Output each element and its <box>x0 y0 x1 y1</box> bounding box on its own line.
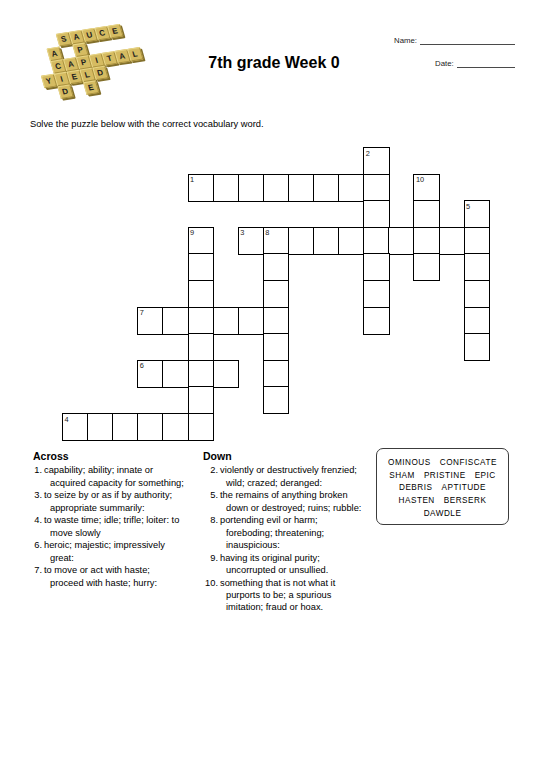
word-bank-line: HASTENBERSERK <box>377 495 508 508</box>
grid-cell-r4c6[interactable]: 9 <box>188 227 215 255</box>
name-field: Name: <box>394 34 515 45</box>
grid-cell-r5c6[interactable] <box>188 253 215 281</box>
grid-cell-r6c6[interactable] <box>188 280 215 308</box>
grid-cell-r9c4[interactable]: 6 <box>137 360 164 388</box>
word-bank-word-pristine: PRISTINE <box>424 470 466 483</box>
grid-cell-r3c13[interactable] <box>363 200 390 228</box>
grid-cell-r5c15[interactable] <box>413 253 440 281</box>
clue-num: 2. <box>203 464 218 489</box>
clue-number-5: 5 <box>466 202 470 211</box>
grid-cell-r6c17[interactable] <box>464 280 491 308</box>
grid-cell-r5c9[interactable] <box>263 253 290 281</box>
grid-cell-r10c6[interactable] <box>188 386 215 414</box>
word-bank-word-aptitude: APTITUDE <box>441 482 486 495</box>
clue-num: 8. <box>203 514 218 551</box>
letter-tile-d: D <box>57 84 73 98</box>
clue-number-9: 9 <box>190 228 194 237</box>
grid-cell-r9c9[interactable] <box>263 360 290 388</box>
grid-cell-r2c8[interactable] <box>238 174 265 202</box>
grid-cell-r8c9[interactable] <box>263 333 290 361</box>
grid-cell-r5c13[interactable] <box>363 253 390 281</box>
clue-num: 4. <box>27 514 42 539</box>
grid-cell-r4c8[interactable]: 3 <box>238 227 265 255</box>
grid-cell-r5c17[interactable] <box>464 253 491 281</box>
word-bank-word-confiscate: CONFISCATE <box>440 457 497 470</box>
clue-num: 6. <box>27 539 42 564</box>
across-clue-6: 6.heroic; majestic; impressivelygreat: <box>27 539 201 564</box>
clue-text: capability; ability; innate oracquired c… <box>44 464 184 489</box>
grid-cell-r4c10[interactable] <box>288 227 315 255</box>
grid-cell-r4c9[interactable]: 8 <box>263 227 290 255</box>
down-section: Down 2.violently or destructively frenzi… <box>203 450 385 614</box>
clue-text: to seize by or as if by authority;approp… <box>44 489 172 514</box>
clue-text: heroic; majestic; impressivelygreat: <box>44 539 165 564</box>
grid-cell-r2c11[interactable] <box>313 174 340 202</box>
grid-cell-r4c12[interactable] <box>338 227 365 255</box>
clue-number-6: 6 <box>140 361 144 370</box>
grid-cell-r4c15[interactable] <box>413 227 440 255</box>
down-clue-2: 2.violently or destructively frenzied;wi… <box>203 464 385 489</box>
grid-cell-r3c15[interactable] <box>413 200 440 228</box>
grid-cell-r2c6[interactable]: 1 <box>188 174 215 202</box>
grid-cell-r4c17[interactable] <box>464 227 491 255</box>
grid-cell-r4c11[interactable] <box>313 227 340 255</box>
clue-num: 10. <box>203 577 218 614</box>
down-clue-10: 10.something that is not what itpurports… <box>203 577 385 614</box>
across-heading: Across <box>33 450 201 462</box>
down-clues: 2.violently or destructively frenzied;wi… <box>203 464 385 613</box>
grid-cell-r7c7[interactable] <box>213 307 240 335</box>
grid-cell-r7c17[interactable] <box>464 307 491 335</box>
clue-num: 9. <box>203 552 218 577</box>
grid-cell-r3c17[interactable]: 5 <box>464 200 491 228</box>
grid-cell-r2c13[interactable] <box>363 174 390 202</box>
word-bank-word-epic: EPIC <box>475 470 496 483</box>
clue-number-7: 7 <box>140 308 144 317</box>
grid-cell-r4c16[interactable] <box>439 227 466 255</box>
clue-number-2: 2 <box>366 149 370 158</box>
grid-cell-r9c5[interactable] <box>162 360 189 388</box>
clue-num: 5. <box>203 489 218 514</box>
grid-cell-r11c3[interactable] <box>112 413 139 441</box>
grid-cell-r11c1[interactable]: 4 <box>62 413 89 441</box>
clue-number-3: 3 <box>240 228 244 237</box>
down-clue-8: 8.portending evil or harm;foreboding; th… <box>203 514 385 551</box>
grid-cell-r4c13[interactable] <box>363 227 390 255</box>
grid-cell-r7c8[interactable] <box>238 307 265 335</box>
down-clue-9: 9.having its original purity;uncorrupted… <box>203 552 385 577</box>
clue-text: having its original purity;uncorrupted o… <box>220 552 328 577</box>
word-bank-word-berserk: BERSERK <box>444 495 487 508</box>
grid-cell-r1c13[interactable]: 2 <box>363 147 390 175</box>
worksheet-page: SAUCEAPCAPITALYIELDDE Name: Date: 7th gr… <box>0 0 548 776</box>
clue-text: violently or destructively frenzied;wild… <box>220 464 357 489</box>
grid-cell-r7c6[interactable] <box>188 307 215 335</box>
word-bank-word-dawdle: DAWDLE <box>424 508 462 521</box>
grid-cell-r9c7[interactable] <box>213 360 240 388</box>
clue-number-4: 4 <box>65 415 69 424</box>
clue-number-10: 10 <box>416 175 424 184</box>
crossword-grid: 21105938764 <box>62 147 490 442</box>
clue-num: 3. <box>27 489 42 514</box>
clue-text: the remains of anything brokendown or de… <box>220 489 361 514</box>
instruction-text: Solve the puzzle below with the correct … <box>30 119 264 129</box>
clue-text: to move or act with haste;proceed with h… <box>44 564 157 589</box>
name-input-line[interactable] <box>420 34 515 45</box>
grid-cell-r11c5[interactable] <box>162 413 189 441</box>
grid-cell-r7c4[interactable]: 7 <box>137 307 164 335</box>
name-label: Name: <box>394 36 417 45</box>
grid-cell-r7c9[interactable] <box>263 307 290 335</box>
letter-tile-e: E <box>83 80 99 94</box>
across-clue-1: 1.capability; ability; innate oracquired… <box>27 464 201 489</box>
clue-number-8: 8 <box>265 228 269 237</box>
across-clues: 1.capability; ability; innate oracquired… <box>27 464 201 589</box>
clue-text: to waste time; idle; trifle; loiter: tom… <box>44 514 179 539</box>
grid-cell-r10c9[interactable] <box>263 386 290 414</box>
word-bank-word-sham: SHAM <box>389 470 415 483</box>
grid-cell-r6c13[interactable] <box>363 280 390 308</box>
grid-cell-r2c9[interactable] <box>263 174 290 202</box>
word-bank-line: DAWDLE <box>377 508 508 521</box>
grid-cell-r8c6[interactable] <box>188 333 215 361</box>
across-section: Across 1.capability; ability; innate ora… <box>27 450 201 589</box>
grid-cell-r7c13[interactable] <box>363 307 390 335</box>
across-clue-4: 4.to waste time; idle; trifle; loiter: t… <box>27 514 201 539</box>
word-bank-word-ominous: OMINOUS <box>388 457 431 470</box>
word-bank-line: OMINOUSCONFISCATE <box>377 457 508 470</box>
grid-cell-r9c6[interactable] <box>188 360 215 388</box>
clue-number-1: 1 <box>190 175 194 184</box>
clue-num: 1. <box>27 464 42 489</box>
grid-cell-r7c5[interactable] <box>162 307 189 335</box>
page-title: 7th grade Week 0 <box>0 54 548 72</box>
across-clue-3: 3.to seize by or as if by authority;appr… <box>27 489 201 514</box>
grid-cell-r11c2[interactable] <box>87 413 114 441</box>
word-bank-line: SHAMPRISTINEEPIC <box>377 470 508 483</box>
grid-cell-r2c15[interactable]: 10 <box>413 174 440 202</box>
clue-text: portending evil or harm;foreboding; thre… <box>220 514 324 551</box>
word-bank: OMINOUSCONFISCATESHAMPRISTINEEPICDEBRISA… <box>376 448 509 525</box>
grid-cell-r6c9[interactable] <box>263 280 290 308</box>
grid-cell-r11c6[interactable] <box>188 413 215 441</box>
clue-num: 7. <box>27 564 42 589</box>
grid-cell-r11c4[interactable] <box>137 413 164 441</box>
down-heading: Down <box>203 450 385 462</box>
word-bank-word-hasten: HASTEN <box>399 495 435 508</box>
grid-cell-r2c7[interactable] <box>213 174 240 202</box>
grid-cell-r2c12[interactable] <box>338 174 365 202</box>
grid-cell-r4c14[interactable] <box>388 227 415 255</box>
word-bank-line: DEBRISAPTITUDE <box>377 482 508 495</box>
grid-cell-r2c10[interactable] <box>288 174 315 202</box>
down-clue-5: 5.the remains of anything brokendown or … <box>203 489 385 514</box>
grid-cell-r8c17[interactable] <box>464 333 491 361</box>
letter-tile-e: E <box>107 24 123 38</box>
across-clue-7: 7.to move or act with haste;proceed with… <box>27 564 201 589</box>
word-bank-word-debris: DEBRIS <box>399 482 432 495</box>
clue-text: something that is not what itpurports to… <box>220 577 335 614</box>
